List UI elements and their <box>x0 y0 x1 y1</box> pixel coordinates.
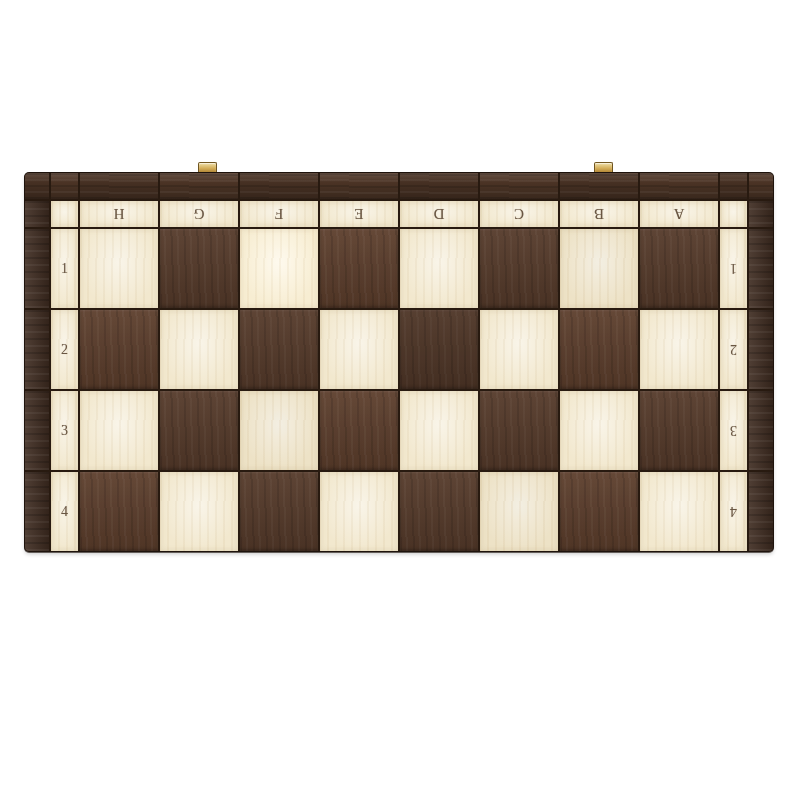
lid-top-edge-segment <box>25 173 49 199</box>
square-b2 <box>560 310 638 389</box>
square-c3 <box>480 391 558 470</box>
square-d1 <box>400 229 478 308</box>
square-g1 <box>160 229 238 308</box>
frame-piece-right <box>749 201 773 227</box>
square-b4 <box>560 472 638 551</box>
square-e3 <box>320 391 398 470</box>
label-corner-left <box>51 201 78 227</box>
square-c1 <box>480 229 558 308</box>
file-label-h-text: H <box>80 201 158 227</box>
square-d2 <box>400 310 478 389</box>
file-label-f: F <box>240 201 318 227</box>
frame-piece-left <box>25 472 49 551</box>
lid-top-edge-segment <box>51 173 78 199</box>
rank-label-left-3: 3 <box>51 391 78 470</box>
square-e2 <box>320 310 398 389</box>
file-label-a: A <box>640 201 718 227</box>
rank-label-left-2: 2 <box>51 310 78 389</box>
rank-label-right-4: 4 <box>720 472 747 551</box>
lid-top-edge-segment <box>480 173 558 199</box>
file-label-g: G <box>160 201 238 227</box>
rank-label-right-2: 2 <box>720 310 747 389</box>
square-c2 <box>480 310 558 389</box>
square-e4 <box>320 472 398 551</box>
lid-top-edge-segment <box>640 173 718 199</box>
square-f1 <box>240 229 318 308</box>
file-label-d: D <box>400 201 478 227</box>
square-b3 <box>560 391 638 470</box>
square-d4 <box>400 472 478 551</box>
square-f2 <box>240 310 318 389</box>
rank-label-right-3: 3 <box>720 391 747 470</box>
frame-piece-left <box>25 201 49 227</box>
rank-label-right-1-text: 1 <box>720 229 747 308</box>
frame-piece-right <box>749 310 773 389</box>
frame-piece-right <box>749 391 773 470</box>
square-b1 <box>560 229 638 308</box>
rank-label-left-2-text: 2 <box>51 310 78 389</box>
square-e1 <box>320 229 398 308</box>
product-photo-stage: HGFEDCBA11223344 <box>0 0 800 800</box>
square-a2 <box>640 310 718 389</box>
lid-top-edge-segment <box>400 173 478 199</box>
file-label-c: C <box>480 201 558 227</box>
file-label-b: B <box>560 201 638 227</box>
frame-piece-left <box>25 391 49 470</box>
label-corner-right <box>720 201 747 227</box>
lid-top-edge-segment <box>160 173 238 199</box>
file-label-f-text: F <box>240 201 318 227</box>
square-h2 <box>80 310 158 389</box>
lid-top-edge-segment <box>720 173 747 199</box>
square-h3 <box>80 391 158 470</box>
lid-top-edge-segment <box>80 173 158 199</box>
file-label-d-text: D <box>400 201 478 227</box>
rank-label-left-4: 4 <box>51 472 78 551</box>
square-f4 <box>240 472 318 551</box>
square-a1 <box>640 229 718 308</box>
square-g3 <box>160 391 238 470</box>
rank-label-right-3-text: 3 <box>720 391 747 470</box>
lid-top-edge-segment <box>320 173 398 199</box>
file-label-e-text: E <box>320 201 398 227</box>
frame-piece-left <box>25 310 49 389</box>
file-label-a-text: A <box>640 201 718 227</box>
file-label-c-text: C <box>480 201 558 227</box>
rank-label-right-2-text: 2 <box>720 310 747 389</box>
chess-board: HGFEDCBA11223344 <box>25 173 773 551</box>
square-d3 <box>400 391 478 470</box>
rank-label-left-1-text: 1 <box>51 229 78 308</box>
square-h4 <box>80 472 158 551</box>
lid-top-edge-segment <box>240 173 318 199</box>
rank-label-right-1: 1 <box>720 229 747 308</box>
file-label-h: H <box>80 201 158 227</box>
square-g2 <box>160 310 238 389</box>
lid-top-edge-segment <box>749 173 773 199</box>
file-label-g-text: G <box>160 201 238 227</box>
rank-label-left-4-text: 4 <box>51 472 78 551</box>
square-a4 <box>640 472 718 551</box>
square-f3 <box>240 391 318 470</box>
rank-label-left-3-text: 3 <box>51 391 78 470</box>
frame-piece-right <box>749 229 773 308</box>
square-g4 <box>160 472 238 551</box>
file-label-e: E <box>320 201 398 227</box>
frame-piece-left <box>25 229 49 308</box>
lid-top-edge-segment <box>560 173 638 199</box>
square-h1 <box>80 229 158 308</box>
rank-label-right-4-text: 4 <box>720 472 747 551</box>
frame-piece-right <box>749 472 773 551</box>
square-a3 <box>640 391 718 470</box>
file-label-b-text: B <box>560 201 638 227</box>
rank-label-left-1: 1 <box>51 229 78 308</box>
square-c4 <box>480 472 558 551</box>
